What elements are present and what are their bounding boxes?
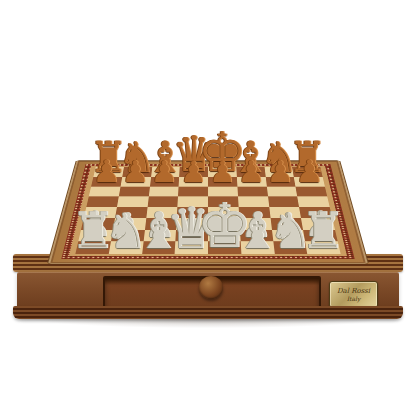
- board-grid: [75, 167, 340, 254]
- square-h2: [303, 230, 338, 242]
- square-e6: [208, 186, 238, 196]
- chess-board: [47, 160, 369, 264]
- square-g8: [264, 167, 294, 176]
- square-f4: [238, 207, 270, 218]
- square-e7: [208, 177, 237, 187]
- square-e2: [208, 230, 240, 242]
- square-h3: [301, 218, 335, 229]
- square-d7: [179, 177, 208, 187]
- square-b1: [109, 241, 144, 254]
- square-f8: [236, 167, 265, 176]
- square-c2: [143, 230, 176, 242]
- square-f3: [239, 218, 271, 229]
- board-inlay-border: [61, 164, 354, 259]
- square-h7: [294, 177, 325, 187]
- square-e4: [208, 207, 239, 218]
- square-b8: [122, 167, 152, 176]
- square-b2: [111, 230, 145, 242]
- square-a5: [86, 197, 118, 208]
- square-e5: [208, 197, 238, 208]
- product-photo: Dal Rossi Italy ♜♞♝♛♚♝♞♜♟♟♟♟♟♟♟♟♟♟♟♟♟♟♟♟…: [0, 0, 416, 416]
- square-e8: [208, 167, 237, 176]
- square-g2: [271, 230, 305, 242]
- square-a6: [89, 186, 121, 196]
- square-d1: [175, 241, 208, 254]
- square-g1: [273, 241, 308, 254]
- square-f1: [240, 241, 274, 254]
- square-a1: [75, 241, 110, 254]
- square-d2: [176, 230, 208, 242]
- square-d8: [179, 167, 208, 176]
- square-h8: [292, 167, 322, 176]
- board-scene: [0, 0, 416, 416]
- square-c7: [150, 177, 180, 187]
- square-g5: [268, 197, 300, 208]
- square-c4: [146, 207, 178, 218]
- square-b5: [117, 197, 149, 208]
- square-c5: [147, 197, 178, 208]
- square-b6: [119, 186, 150, 196]
- square-h4: [299, 207, 332, 218]
- board-inner-frame: [69, 166, 347, 257]
- square-e3: [208, 218, 240, 229]
- square-f7: [237, 177, 267, 187]
- square-g3: [270, 218, 303, 229]
- square-e1: [208, 241, 241, 254]
- square-f2: [240, 230, 273, 242]
- square-a2: [78, 230, 113, 242]
- square-b3: [113, 218, 146, 229]
- square-c6: [148, 186, 178, 196]
- square-f5: [238, 197, 269, 208]
- square-h5: [297, 197, 329, 208]
- square-a4: [84, 207, 117, 218]
- square-d3: [176, 218, 208, 229]
- square-d4: [177, 207, 208, 218]
- square-g6: [266, 186, 297, 196]
- square-h1: [305, 241, 340, 254]
- square-a3: [81, 218, 115, 229]
- square-d6: [178, 186, 208, 196]
- square-a7: [91, 177, 122, 187]
- square-a8: [93, 167, 123, 176]
- square-b7: [120, 177, 150, 187]
- square-h6: [296, 186, 328, 196]
- square-g4: [269, 207, 301, 218]
- square-c1: [142, 241, 176, 254]
- square-b4: [115, 207, 147, 218]
- square-g7: [265, 177, 295, 187]
- square-c8: [151, 167, 180, 176]
- square-f6: [237, 186, 267, 196]
- square-c3: [145, 218, 177, 229]
- square-d5: [178, 197, 208, 208]
